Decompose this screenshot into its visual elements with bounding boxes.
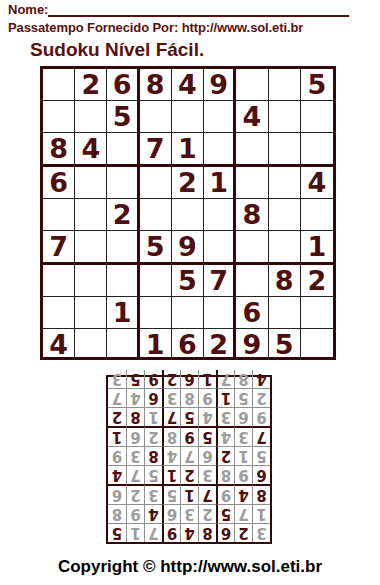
solution-cell-r3c6: 5 xyxy=(162,484,180,504)
puzzle-cell-r6c9: 1 xyxy=(301,231,333,265)
puzzle-cell-r8c2[interactable] xyxy=(75,297,107,329)
solution-cell-r7c8: 8 xyxy=(126,407,144,426)
solution-cell-r9c7: 9 xyxy=(144,370,162,388)
puzzle-cell-r3c6[interactable] xyxy=(204,133,236,167)
puzzle-cell-r4c5: 2 xyxy=(172,167,204,199)
solution-cell-r6c3: 4 xyxy=(216,426,234,446)
puzzle-cell-r3c2: 4 xyxy=(75,133,107,167)
solution-cell-r1c8: 1 xyxy=(126,523,144,542)
puzzle-cell-r6c2[interactable] xyxy=(75,231,107,265)
puzzle-cell-r1c3: 6 xyxy=(107,69,139,101)
solution-cell-r9c1: 4 xyxy=(252,370,270,388)
puzzle-cell-r2c6[interactable] xyxy=(204,101,236,133)
solution-cell-r3c4: 7 xyxy=(198,484,216,504)
puzzle-cell-r4c6: 1 xyxy=(204,167,236,199)
solution-cell-r2c4: 2 xyxy=(198,504,216,523)
solution-cell-r4c8: 7 xyxy=(126,465,144,484)
puzzle-cell-r8c4[interactable] xyxy=(140,297,172,329)
solution-cell-r7c9: 2 xyxy=(108,407,126,426)
solution-cell-r8c2: 5 xyxy=(234,388,252,407)
puzzle-cell-r5c5[interactable] xyxy=(172,199,204,231)
solution-cell-r4c9: 4 xyxy=(108,465,126,484)
puzzle-cell-r2c8[interactable] xyxy=(269,101,301,133)
puzzle-cell-r7c4[interactable] xyxy=(140,265,172,297)
copyright-line: Copyright © http://www.sol.eti.br xyxy=(0,557,380,577)
solution-cell-r5c5: 7 xyxy=(180,446,198,465)
solution-cell-r2c2: 7 xyxy=(234,504,252,523)
puzzle-cell-r2c1[interactable] xyxy=(43,101,75,133)
solution-cell-r3c7: 3 xyxy=(144,484,162,504)
solution-cell-r9c2: 8 xyxy=(234,370,252,388)
puzzle-cell-r8c5[interactable] xyxy=(172,297,204,329)
puzzle-cell-r9c5: 6 xyxy=(172,329,204,360)
solution-cell-r6c7: 2 xyxy=(144,426,162,446)
puzzle-cell-r6c5: 9 xyxy=(172,231,204,265)
puzzle-cell-r6c6[interactable] xyxy=(204,231,236,265)
puzzle-cell-r7c9: 2 xyxy=(301,265,333,297)
puzzle-cell-r3c4: 7 xyxy=(140,133,172,167)
puzzle-cell-r7c3[interactable] xyxy=(107,265,139,297)
solution-cell-r3c2: 4 xyxy=(234,484,252,504)
solution-cell-r7c7: 1 xyxy=(144,407,162,426)
solution-cell-r8c1: 2 xyxy=(252,388,270,407)
solution-cell-r4c1: 6 xyxy=(252,465,270,484)
puzzle-cell-r2c4[interactable] xyxy=(140,101,172,133)
puzzle-cell-r9c1: 4 xyxy=(43,329,75,360)
copyright-url-link[interactable]: http://www.sol.eti.br xyxy=(160,557,322,576)
solution-cell-r5c1: 5 xyxy=(252,446,270,465)
solution-cell-r9c4: 1 xyxy=(198,370,216,388)
puzzle-cell-r6c8[interactable] xyxy=(269,231,301,265)
puzzle-grid: 2684955484716214287591578216416295 xyxy=(40,66,336,360)
name-write-line xyxy=(48,2,349,17)
puzzle-cell-r3c5: 1 xyxy=(172,133,204,167)
solution-cell-r5c6: 4 xyxy=(162,446,180,465)
copyright-label: Copyright © xyxy=(58,557,156,576)
provider-label: Passatempo Fornecido Por: xyxy=(8,20,178,35)
puzzle-cell-r9c8: 5 xyxy=(269,329,301,360)
solution-cell-r3c5: 1 xyxy=(180,484,198,504)
puzzle-cell-r5c8[interactable] xyxy=(269,199,301,231)
solution-cell-r9c8: 5 xyxy=(126,370,144,388)
page-title: Sudoku Nível Fácil. xyxy=(30,39,204,61)
puzzle-cell-r1c2: 2 xyxy=(75,69,107,101)
puzzle-cell-r1c7[interactable] xyxy=(236,69,268,101)
puzzle-cell-r7c5: 5 xyxy=(172,265,204,297)
puzzle-cell-r4c2[interactable] xyxy=(75,167,107,199)
puzzle-cell-r1c8[interactable] xyxy=(269,69,301,101)
solution-cell-r8c3: 1 xyxy=(216,388,234,407)
solution-cell-r2c3: 5 xyxy=(216,504,234,523)
puzzle-cell-r8c3: 1 xyxy=(107,297,139,329)
solution-cell-r6c6: 8 xyxy=(162,426,180,446)
solution-cell-r1c9: 5 xyxy=(108,523,126,542)
puzzle-cell-r7c1[interactable] xyxy=(43,265,75,297)
solution-cell-r8c5: 8 xyxy=(180,388,198,407)
solution-cell-r4c7: 5 xyxy=(144,465,162,484)
puzzle-cell-r1c6: 9 xyxy=(204,69,236,101)
solution-cell-r9c6: 2 xyxy=(162,370,180,388)
solution-cell-r5c7: 8 xyxy=(144,446,162,465)
solution-cell-r2c8: 9 xyxy=(126,504,144,523)
solution-cell-r6c1: 7 xyxy=(252,426,270,446)
solution-cell-r1c7: 7 xyxy=(144,523,162,542)
puzzle-cell-r2c7: 4 xyxy=(236,101,268,133)
puzzle-cell-r2c9[interactable] xyxy=(301,101,333,133)
solution-cell-r9c3: 7 xyxy=(216,370,234,388)
solution-cell-r3c9: 6 xyxy=(108,484,126,504)
solution-cell-r4c5: 2 xyxy=(180,465,198,484)
solution-cell-r3c3: 9 xyxy=(216,484,234,504)
solution-cell-r8c7: 6 xyxy=(144,388,162,407)
solution-cell-r8c9: 7 xyxy=(108,388,126,407)
puzzle-cell-r4c1: 6 xyxy=(43,167,75,199)
puzzle-cell-r2c3: 5 xyxy=(107,101,139,133)
puzzle-cell-r1c9: 5 xyxy=(301,69,333,101)
solution-cell-r4c2: 9 xyxy=(234,465,252,484)
puzzle-cell-r1c5: 4 xyxy=(172,69,204,101)
solution-cell-r2c5: 3 xyxy=(180,504,198,523)
solution-cell-r5c4: 6 xyxy=(198,446,216,465)
puzzle-cell-r7c8: 8 xyxy=(269,265,301,297)
puzzle-cell-r9c9[interactable] xyxy=(301,329,333,360)
puzzle-cell-r7c6: 7 xyxy=(204,265,236,297)
puzzle-cell-r6c4: 5 xyxy=(140,231,172,265)
solution-cell-r8c4: 9 xyxy=(198,388,216,407)
solution-cell-r1c3: 6 xyxy=(216,523,234,542)
puzzle-cell-r1c1[interactable] xyxy=(43,69,75,101)
puzzle-cell-r4c9: 4 xyxy=(301,167,333,199)
solution-cell-r2c6: 6 xyxy=(162,504,180,523)
puzzle-cell-r5c3: 2 xyxy=(107,199,139,231)
solution-cell-r1c4: 8 xyxy=(198,523,216,542)
puzzle-cell-r2c5[interactable] xyxy=(172,101,204,133)
puzzle-cell-r6c3[interactable] xyxy=(107,231,139,265)
puzzle-cell-r9c7: 9 xyxy=(236,329,268,360)
solution-cell-r1c1: 3 xyxy=(252,523,270,542)
puzzle-cell-r6c7[interactable] xyxy=(236,231,268,265)
solution-grid: 3268497151752364988497153266983215745126… xyxy=(106,375,272,544)
puzzle-cell-r8c6[interactable] xyxy=(204,297,236,329)
puzzle-cell-r9c6: 2 xyxy=(204,329,236,360)
provider-line: Passatempo Fornecido Por: http://www.sol… xyxy=(8,20,303,35)
solution-cell-r5c3: 2 xyxy=(216,446,234,465)
puzzle-cell-r8c9[interactable] xyxy=(301,297,333,329)
puzzle-cell-r5c1[interactable] xyxy=(43,199,75,231)
puzzle-cell-r9c2[interactable] xyxy=(75,329,107,360)
solution-cell-r7c5: 5 xyxy=(180,407,198,426)
solution-cell-r5c8: 3 xyxy=(126,446,144,465)
solution-cell-r4c4: 3 xyxy=(198,465,216,484)
puzzle-cell-r7c2[interactable] xyxy=(75,265,107,297)
solution-cell-r4c3: 8 xyxy=(216,465,234,484)
solution-cell-r3c1: 8 xyxy=(252,484,270,504)
solution-cell-r6c5: 9 xyxy=(180,426,198,446)
name-label: Nome: xyxy=(8,2,48,17)
puzzle-cell-r3c3[interactable] xyxy=(107,133,139,167)
solution-cell-r1c6: 9 xyxy=(162,523,180,542)
puzzle-cell-r4c7[interactable] xyxy=(236,167,268,199)
puzzle-cell-r9c4: 1 xyxy=(140,329,172,360)
solution-cell-r6c9: 1 xyxy=(108,426,126,446)
puzzle-cell-r5c2[interactable] xyxy=(75,199,107,231)
solution-cell-r8c6: 3 xyxy=(162,388,180,407)
puzzle-cell-r3c8[interactable] xyxy=(269,133,301,167)
solution-cell-r6c8: 6 xyxy=(126,426,144,446)
solution-cell-r9c9: 3 xyxy=(108,370,126,388)
puzzle-cell-r3c7[interactable] xyxy=(236,133,268,167)
puzzle-cell-r4c8[interactable] xyxy=(269,167,301,199)
solution-cell-r3c8: 2 xyxy=(126,484,144,504)
solution-cell-r5c2: 1 xyxy=(234,446,252,465)
solution-cell-r4c6: 1 xyxy=(162,465,180,484)
puzzle-cell-r6c1: 7 xyxy=(43,231,75,265)
puzzle-cell-r2c2[interactable] xyxy=(75,101,107,133)
solution-cell-r5c9: 9 xyxy=(108,446,126,465)
solution-cell-r2c7: 4 xyxy=(144,504,162,523)
puzzle-cell-r4c3[interactable] xyxy=(107,167,139,199)
puzzle-cell-r4c4[interactable] xyxy=(140,167,172,199)
puzzle-cell-r3c1: 8 xyxy=(43,133,75,167)
solution-cell-r7c2: 6 xyxy=(234,407,252,426)
puzzle-cell-r9c3[interactable] xyxy=(107,329,139,360)
solution-cell-r2c9: 8 xyxy=(108,504,126,523)
puzzle-cell-r7c7[interactable] xyxy=(236,265,268,297)
puzzle-cell-r5c9[interactable] xyxy=(301,199,333,231)
name-row: Nome: xyxy=(8,2,349,17)
solution-cell-r2c1: 1 xyxy=(252,504,270,523)
puzzle-cell-r5c6[interactable] xyxy=(204,199,236,231)
puzzle-cell-r5c4[interactable] xyxy=(140,199,172,231)
puzzle-cell-r8c7: 6 xyxy=(236,297,268,329)
solution-cell-r1c5: 4 xyxy=(180,523,198,542)
solution-cell-r7c1: 9 xyxy=(252,407,270,426)
puzzle-cell-r3c9[interactable] xyxy=(301,133,333,167)
puzzle-cell-r1c4: 8 xyxy=(140,69,172,101)
solution-cell-r9c5: 6 xyxy=(180,370,198,388)
solution-cell-r1c2: 2 xyxy=(234,523,252,542)
puzzle-cell-r8c1[interactable] xyxy=(43,297,75,329)
solution-cell-r7c3: 3 xyxy=(216,407,234,426)
provider-url-link[interactable]: http://www.sol.eti.br xyxy=(182,20,304,35)
solution-cell-r6c4: 5 xyxy=(198,426,216,446)
solution-cell-r7c6: 7 xyxy=(162,407,180,426)
puzzle-cell-r8c8[interactable] xyxy=(269,297,301,329)
solution-cell-r7c4: 4 xyxy=(198,407,216,426)
solution-cell-r6c2: 3 xyxy=(234,426,252,446)
solution-cell-r8c8: 4 xyxy=(126,388,144,407)
puzzle-cell-r5c7: 8 xyxy=(236,199,268,231)
